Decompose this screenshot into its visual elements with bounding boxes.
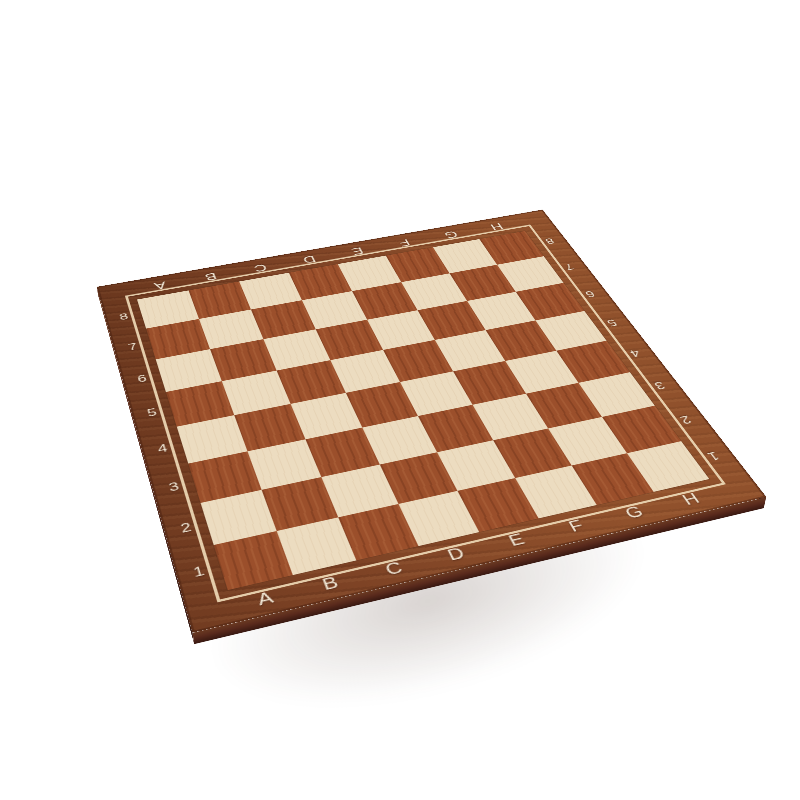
product-photo: A B C D E F G H A B C D E F G H [0,0,800,800]
